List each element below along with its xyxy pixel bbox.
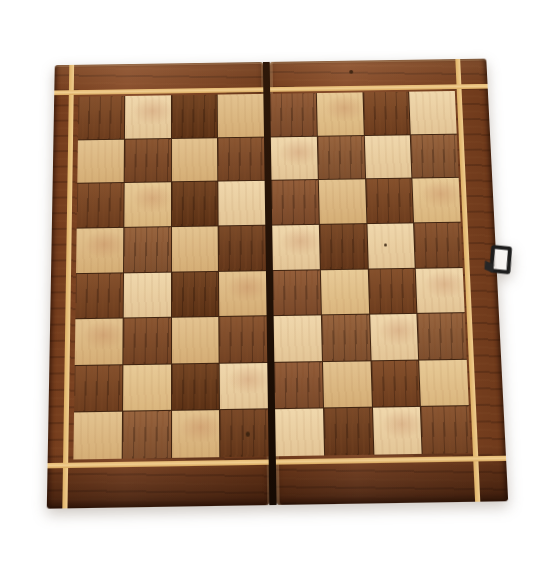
square-f8[interactable] [317, 92, 364, 135]
square-f3[interactable] [322, 315, 370, 361]
inlay-line-bottom-right-leaf [276, 456, 506, 465]
square-g2[interactable] [371, 360, 420, 407]
inlay-line-vertical-left [62, 65, 74, 509]
square-b5[interactable] [124, 227, 171, 272]
square-a2[interactable] [74, 365, 122, 412]
square-a5[interactable] [76, 228, 123, 273]
square-b1[interactable] [122, 411, 170, 458]
square-e1[interactable] [275, 409, 324, 456]
square-g6[interactable] [366, 179, 414, 223]
square-e4[interactable] [273, 270, 321, 315]
square-b3[interactable] [123, 318, 170, 364]
square-h6[interactable] [413, 178, 461, 222]
square-e2[interactable] [274, 362, 322, 409]
latch-clasp-icon [489, 245, 512, 275]
square-d2[interactable] [220, 363, 268, 410]
square-a7[interactable] [77, 139, 123, 183]
square-c5[interactable] [171, 226, 218, 271]
square-f6[interactable] [319, 180, 366, 224]
square-h7[interactable] [411, 134, 459, 178]
square-g5[interactable] [367, 223, 415, 268]
square-d7[interactable] [218, 137, 264, 181]
square-b8[interactable] [125, 95, 171, 138]
inlay-line-bottom-left-leaf [48, 460, 269, 469]
square-d5[interactable] [219, 226, 266, 271]
square-e7[interactable] [271, 136, 318, 180]
square-b2[interactable] [123, 364, 171, 411]
wood-knot-mark [384, 243, 387, 246]
square-a3[interactable] [75, 319, 123, 365]
square-h4[interactable] [416, 268, 465, 313]
square-b6[interactable] [124, 183, 170, 227]
square-f7[interactable] [318, 136, 365, 180]
square-d6[interactable] [219, 181, 266, 225]
square-f2[interactable] [323, 361, 372, 408]
board-leaf-left [47, 62, 270, 509]
square-a8[interactable] [78, 96, 124, 139]
square-f4[interactable] [321, 269, 369, 314]
wood-knot-mark [246, 431, 250, 436]
page-background: { "game": "chess", "description": "Overh… [0, 0, 550, 582]
square-d8[interactable] [218, 94, 264, 137]
photo-canvas [0, 0, 550, 582]
square-c7[interactable] [171, 138, 217, 182]
square-f1[interactable] [324, 408, 373, 455]
square-d4[interactable] [219, 271, 266, 316]
square-h2[interactable] [419, 360, 468, 407]
checker-field-left [73, 94, 268, 460]
square-h5[interactable] [414, 223, 462, 268]
square-g7[interactable] [364, 135, 411, 179]
square-h3[interactable] [418, 313, 467, 359]
square-c3[interactable] [171, 317, 218, 363]
chessboard [47, 59, 508, 509]
checker-field-right [270, 91, 471, 456]
inlay-line-top-right-leaf [270, 84, 488, 92]
square-c6[interactable] [171, 182, 217, 226]
board-leaf-right [270, 59, 509, 505]
square-e6[interactable] [272, 180, 319, 224]
square-g8[interactable] [363, 92, 410, 135]
square-f5[interactable] [320, 224, 368, 269]
square-g1[interactable] [372, 407, 421, 454]
square-a4[interactable] [75, 273, 122, 318]
clasp-hinge-icon [484, 261, 493, 274]
square-a6[interactable] [77, 183, 124, 227]
wood-knot-mark [349, 70, 353, 74]
square-h1[interactable] [421, 407, 471, 454]
square-b7[interactable] [124, 139, 170, 183]
square-c1[interactable] [172, 411, 220, 458]
square-a1[interactable] [73, 412, 121, 459]
square-c4[interactable] [171, 271, 218, 316]
square-h8[interactable] [409, 91, 456, 134]
square-d1[interactable] [220, 410, 268, 457]
square-e3[interactable] [274, 316, 322, 362]
square-g4[interactable] [368, 268, 416, 313]
square-c8[interactable] [171, 95, 217, 138]
square-b4[interactable] [123, 272, 170, 317]
square-d3[interactable] [220, 316, 268, 362]
square-g3[interactable] [370, 314, 419, 360]
square-e8[interactable] [270, 93, 316, 136]
square-c2[interactable] [172, 363, 220, 410]
square-e5[interactable] [272, 225, 319, 270]
